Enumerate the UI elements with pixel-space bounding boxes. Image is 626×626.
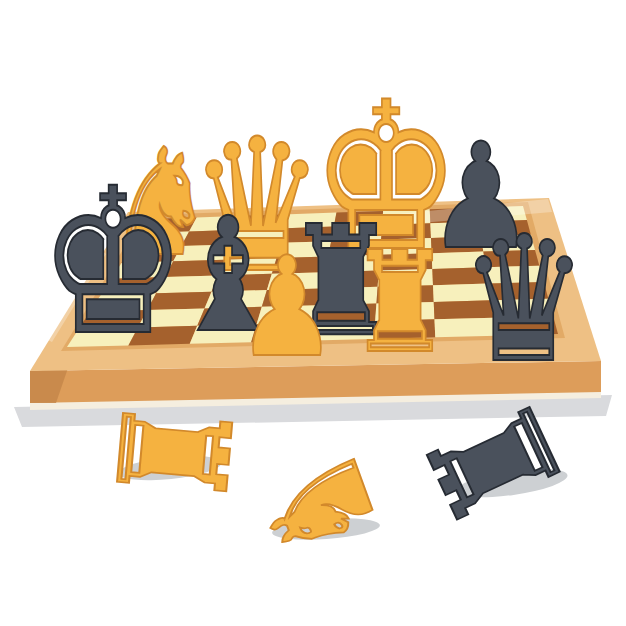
light-square-r7f5: [331, 225, 382, 241]
light-square-r3f5: [319, 287, 378, 305]
light-square-r3f7: [433, 284, 491, 302]
light-square-r1f3: [190, 324, 257, 344]
light-square-r6f6: [380, 238, 432, 255]
dark-square-r8f3: [237, 214, 290, 230]
dark-square-r6f5: [328, 240, 381, 257]
dark-square-r7f2: [181, 230, 237, 246]
light-square-r7f3: [231, 228, 285, 244]
dark-square-r4f5: [322, 271, 379, 289]
dark-square-r5f6: [379, 253, 432, 270]
dark-square-r3f6: [376, 285, 433, 303]
light-square-r2f4: [257, 305, 320, 324]
light-square-r4f2: [156, 275, 218, 293]
dark-square-r1f6: [374, 319, 435, 339]
light-square-r8f4: [286, 213, 337, 229]
light-square-r8f2: [189, 216, 243, 232]
dark-square-r7f4: [281, 227, 334, 243]
light-square-r2f8: [491, 299, 553, 318]
dark-square-r7f6: [381, 223, 431, 239]
fallen-piece-shadow-1: [117, 452, 223, 485]
light-square-r4f6: [378, 269, 433, 287]
dark-square-r2f5: [316, 304, 377, 323]
dark-square-r5f2: [165, 260, 225, 277]
light-square-r7f7: [430, 222, 481, 238]
dark-square-r4f3: [212, 274, 272, 292]
light-square-r5f5: [325, 255, 380, 272]
dark-square-r1f4: [251, 323, 316, 343]
light-square-r5f3: [218, 258, 276, 275]
dark-square-r3f4: [262, 288, 322, 306]
light-square-r6f2: [173, 244, 231, 261]
dark-square-r5f4: [272, 256, 328, 273]
dark-square-r6f7: [431, 236, 483, 253]
dark-square-r3f8: [488, 282, 548, 300]
light-square-r3f3: [204, 290, 266, 308]
dark-square-r6f3: [225, 243, 281, 260]
fallen-piece-shadow-3: [455, 463, 569, 502]
dark-square-r1f8: [494, 316, 558, 336]
dark-square-r3f2: [147, 292, 211, 310]
light-square-r4f8: [486, 266, 544, 284]
dark-square-r2f7: [434, 300, 494, 319]
light-square-r2f6: [375, 302, 434, 321]
chess-board: [0, 0, 626, 626]
dark-square-r5f8: [483, 250, 539, 267]
dark-square-r8f5: [334, 211, 383, 227]
dark-square-r7f8: [479, 220, 531, 236]
light-square-r2f2: [138, 308, 205, 327]
light-square-r1f7: [434, 318, 496, 338]
light-square-r6f4: [277, 241, 332, 258]
chess-illustration: ♚♟♞♛♚♝♜♜♟♛♜♜♞: [0, 0, 626, 626]
light-square-r1f5: [313, 321, 376, 341]
fallen-piece-shadow-2: [271, 515, 380, 542]
light-square-r5f7: [432, 252, 486, 269]
dark-square-r1f2: [128, 326, 197, 346]
light-square-r6f8: [481, 235, 535, 252]
dark-square-r4f7: [432, 267, 488, 285]
dark-square-r2f3: [197, 307, 262, 326]
light-square-r4f4: [267, 272, 325, 290]
